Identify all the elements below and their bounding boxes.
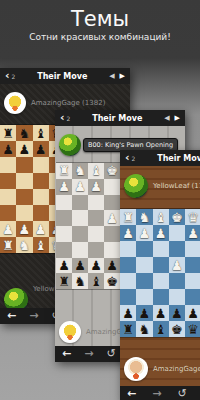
top-bar: ‹ 2 Their Move ◀ ▶ bbox=[0, 68, 130, 84]
top-bar: ‹ 2 Their Move ◀ ▶ bbox=[55, 110, 185, 126]
board-square[interactable] bbox=[88, 195, 104, 211]
board-square[interactable]: ♟ bbox=[185, 225, 200, 241]
board-square[interactable]: ♟ bbox=[136, 305, 152, 321]
white-pawn: ♟ bbox=[106, 212, 118, 225]
page-header: Темы Сотни красивых комбинаций! bbox=[0, 0, 200, 43]
board-square[interactable] bbox=[153, 289, 169, 305]
board-square[interactable] bbox=[185, 289, 200, 305]
board-square[interactable]: ♜ bbox=[120, 209, 136, 225]
board-square[interactable] bbox=[56, 210, 72, 226]
board-square[interactable] bbox=[16, 173, 32, 189]
board-square[interactable]: ♟ bbox=[169, 305, 185, 321]
white-bishop: ♝ bbox=[155, 211, 167, 224]
board-square[interactable] bbox=[72, 242, 88, 258]
black-knight: ♞ bbox=[139, 323, 151, 336]
forward-move-icon[interactable]: → bbox=[29, 308, 38, 324]
board-square[interactable]: ♟ bbox=[33, 141, 49, 157]
board-square[interactable]: ♜ bbox=[0, 125, 16, 141]
prev-game-icon[interactable]: ◀ bbox=[109, 69, 114, 83]
white-bishop: ♝ bbox=[35, 239, 47, 252]
black-king: ♚ bbox=[171, 323, 183, 336]
board-square[interactable]: ♟ bbox=[33, 221, 49, 237]
board-square[interactable]: ♟ bbox=[153, 305, 169, 321]
board-square[interactable]: ♟ bbox=[120, 225, 136, 241]
board-square[interactable]: ♝ bbox=[88, 273, 104, 289]
black-pawn: ♟ bbox=[106, 259, 118, 272]
board-square[interactable]: ♞ bbox=[16, 237, 32, 253]
player-name: AmazingGage (1382) bbox=[31, 99, 105, 107]
board-square[interactable] bbox=[169, 225, 185, 241]
white-pawn: ♟ bbox=[90, 180, 102, 193]
board-square[interactable]: ♟ bbox=[88, 179, 104, 195]
back-chevron-icon[interactable]: ‹ bbox=[125, 151, 130, 165]
board-square[interactable]: ♞ bbox=[16, 125, 32, 141]
board-square[interactable] bbox=[72, 210, 88, 226]
board-square[interactable] bbox=[72, 195, 88, 211]
black-pawn: ♟ bbox=[2, 143, 14, 156]
board-square[interactable]: ♟ bbox=[16, 221, 32, 237]
board-square[interactable]: ♚ bbox=[104, 163, 120, 179]
white-queen: ♛ bbox=[187, 211, 199, 224]
black-rook: ♜ bbox=[2, 127, 14, 140]
board-square[interactable] bbox=[0, 189, 16, 205]
black-king: ♚ bbox=[106, 275, 118, 288]
black-bishop: ♝ bbox=[35, 127, 47, 140]
white-pawn: ♟ bbox=[19, 223, 31, 236]
board-square[interactable]: ♟ bbox=[72, 258, 88, 274]
board-square[interactable] bbox=[104, 195, 120, 211]
white-king: ♚ bbox=[171, 211, 183, 224]
board-square[interactable]: ♝ bbox=[33, 125, 49, 141]
player-name: YellowLeaf (1114) bbox=[153, 182, 200, 190]
board-square[interactable]: ♛ bbox=[185, 209, 200, 225]
board-square[interactable] bbox=[120, 273, 136, 289]
black-pawn: ♟ bbox=[171, 307, 183, 320]
board-square[interactable]: ♞ bbox=[72, 163, 88, 179]
board-square[interactable]: ♟ bbox=[0, 141, 16, 157]
board-square[interactable] bbox=[88, 242, 104, 258]
board-square[interactable] bbox=[120, 289, 136, 305]
back-move-icon[interactable]: ← bbox=[62, 346, 71, 362]
bottom-navigation-bar: ← → ↺ ✕ bbox=[120, 386, 200, 400]
white-knight: ♞ bbox=[19, 239, 31, 252]
screenshot-blue-theme[interactable]: ‹ 2 Their Move ◀ ▶ YellowLeaf (1114) ♜♞♝… bbox=[120, 150, 200, 400]
move-status-title: Their Move bbox=[135, 154, 200, 163]
player-row: AmazingGage (1382) bbox=[120, 350, 200, 388]
board-square[interactable]: ♟ bbox=[104, 258, 120, 274]
black-knight: ♞ bbox=[19, 127, 31, 140]
board-square[interactable] bbox=[16, 205, 32, 221]
board-square[interactable]: ♟ bbox=[185, 305, 200, 321]
black-pawn: ♟ bbox=[35, 143, 47, 156]
black-rook: ♜ bbox=[122, 323, 134, 336]
black-bishop: ♝ bbox=[155, 323, 167, 336]
next-game-icon[interactable]: ▶ bbox=[175, 111, 180, 125]
board-square[interactable] bbox=[33, 205, 49, 221]
black-knight: ♞ bbox=[74, 275, 86, 288]
avatar bbox=[124, 357, 148, 381]
replay-icon[interactable]: ↺ bbox=[106, 346, 115, 362]
board-square[interactable] bbox=[153, 273, 169, 289]
black-pawn: ♟ bbox=[90, 259, 102, 272]
white-pawn: ♟ bbox=[155, 227, 167, 240]
board-square[interactable]: ♟ bbox=[72, 179, 88, 195]
white-pawn: ♟ bbox=[74, 180, 86, 193]
white-rook: ♜ bbox=[122, 211, 134, 224]
board-square[interactable]: ♞ bbox=[136, 321, 152, 337]
back-chevron-icon[interactable]: ‹ bbox=[60, 111, 65, 125]
board-square[interactable] bbox=[120, 257, 136, 273]
black-queen: ♛ bbox=[187, 323, 199, 336]
board-square[interactable] bbox=[56, 226, 72, 242]
back-chevron-icon[interactable]: ‹ bbox=[5, 69, 10, 83]
back-move-icon[interactable]: ← bbox=[7, 308, 16, 324]
board-square[interactable]: ♟ bbox=[153, 225, 169, 241]
avatar bbox=[124, 174, 148, 198]
white-knight: ♞ bbox=[139, 211, 151, 224]
board-square[interactable] bbox=[136, 241, 152, 257]
board-square[interactable]: ♚ bbox=[169, 209, 185, 225]
white-pawn: ♟ bbox=[122, 227, 134, 240]
forward-move-icon[interactable]: → bbox=[84, 346, 93, 362]
black-pawn: ♟ bbox=[187, 307, 199, 320]
black-pawn: ♟ bbox=[139, 307, 151, 320]
chess-board-blue[interactable]: ♜♞♝♚♛♝♞♜♟♟♟♟♟♟♟♟♟♟♟♟♟♟♟♟♜♞♝♚♛♝♞♜ bbox=[120, 208, 200, 338]
board-square[interactable]: ♝ bbox=[33, 237, 49, 253]
white-rook: ♜ bbox=[58, 164, 70, 177]
white-king: ♚ bbox=[106, 164, 118, 177]
board-square[interactable] bbox=[185, 241, 200, 257]
board-square[interactable] bbox=[104, 226, 120, 242]
board-square[interactable]: ♟ bbox=[16, 141, 32, 157]
black-pawn: ♟ bbox=[58, 259, 70, 272]
board-square[interactable] bbox=[185, 273, 200, 289]
board-square[interactable]: ♟ bbox=[56, 258, 72, 274]
page-title: Темы bbox=[0, 7, 200, 31]
page-subtitle: Сотни красивых комбинаций! bbox=[0, 32, 200, 43]
board-square[interactable]: ♟ bbox=[169, 257, 185, 273]
board-square[interactable] bbox=[56, 242, 72, 258]
themes-promo-page: Темы Сотни красивых комбинаций! ‹ 2 Thei… bbox=[0, 0, 200, 400]
board-square[interactable] bbox=[136, 289, 152, 305]
black-pawn: ♟ bbox=[19, 143, 31, 156]
board-square[interactable] bbox=[104, 179, 120, 195]
board-square[interactable] bbox=[169, 241, 185, 257]
black-rook: ♜ bbox=[58, 275, 70, 288]
board-square[interactable] bbox=[153, 241, 169, 257]
board-square[interactable] bbox=[72, 226, 88, 242]
board-square[interactable] bbox=[33, 157, 49, 173]
board-square[interactable] bbox=[0, 205, 16, 221]
board-square[interactable] bbox=[16, 189, 32, 205]
white-pawn: ♟ bbox=[171, 259, 183, 272]
board-square[interactable] bbox=[88, 226, 104, 242]
white-pawn: ♟ bbox=[139, 227, 151, 240]
board-square[interactable]: ♟ bbox=[56, 179, 72, 195]
player-name: AmazingGage (1382) bbox=[153, 365, 200, 373]
board-square[interactable] bbox=[185, 257, 200, 273]
board-square[interactable] bbox=[169, 273, 185, 289]
board-square[interactable] bbox=[136, 257, 152, 273]
black-pawn: ♟ bbox=[155, 307, 167, 320]
board-square[interactable]: ♞ bbox=[72, 273, 88, 289]
board-square[interactable] bbox=[33, 189, 49, 205]
black-pawn: ♟ bbox=[74, 259, 86, 272]
white-knight: ♞ bbox=[74, 164, 86, 177]
board-square[interactable]: ♜ bbox=[0, 237, 16, 253]
back-move-icon[interactable]: ← bbox=[127, 386, 136, 400]
white-pawn: ♟ bbox=[35, 223, 47, 236]
board-square[interactable]: ♚ bbox=[104, 273, 120, 289]
board-square[interactable]: ♟ bbox=[104, 210, 120, 226]
board-square[interactable]: ♜ bbox=[120, 321, 136, 337]
board-square[interactable]: ♝ bbox=[153, 209, 169, 225]
board-square[interactable]: ♟ bbox=[136, 225, 152, 241]
top-bar: ‹ 2 Their Move ◀ ▶ bbox=[120, 150, 200, 166]
board-square[interactable]: ♝ bbox=[88, 163, 104, 179]
board-square[interactable] bbox=[56, 195, 72, 211]
forward-move-icon[interactable]: → bbox=[152, 386, 161, 400]
board-square[interactable] bbox=[169, 289, 185, 305]
board-square[interactable] bbox=[136, 273, 152, 289]
board-square[interactable] bbox=[88, 210, 104, 226]
board-square[interactable] bbox=[33, 173, 49, 189]
move-status-title: Their Move bbox=[15, 72, 109, 81]
avatar bbox=[59, 321, 81, 343]
avatar bbox=[4, 92, 26, 114]
board-square[interactable]: ♜ bbox=[56, 273, 72, 289]
board-square[interactable] bbox=[0, 173, 16, 189]
board-square[interactable]: ♟ bbox=[120, 305, 136, 321]
avatar bbox=[59, 134, 81, 156]
white-bishop: ♝ bbox=[90, 164, 102, 177]
next-game-icon[interactable]: ▶ bbox=[120, 69, 125, 83]
replay-icon[interactable]: ↺ bbox=[177, 386, 186, 400]
opponent-row: YellowLeaf (1114) bbox=[120, 167, 200, 205]
board-square[interactable] bbox=[153, 257, 169, 273]
white-pawn: ♟ bbox=[58, 180, 70, 193]
board-square[interactable] bbox=[0, 157, 16, 173]
move-status-title: Their Move bbox=[70, 114, 164, 123]
board-square[interactable]: ♛ bbox=[185, 321, 200, 337]
board-square[interactable]: ♟ bbox=[88, 258, 104, 274]
board-square[interactable] bbox=[104, 242, 120, 258]
board-square[interactable]: ♝ bbox=[153, 321, 169, 337]
board-square[interactable]: ♚ bbox=[169, 321, 185, 337]
board-square[interactable] bbox=[16, 157, 32, 173]
board-square[interactable]: ♜ bbox=[56, 163, 72, 179]
prev-game-icon[interactable]: ◀ bbox=[164, 111, 169, 125]
black-pawn: ♟ bbox=[122, 307, 134, 320]
board-square[interactable]: ♟ bbox=[0, 221, 16, 237]
board-square[interactable]: ♞ bbox=[136, 209, 152, 225]
black-bishop: ♝ bbox=[90, 275, 102, 288]
board-square[interactable] bbox=[120, 241, 136, 257]
white-pawn: ♟ bbox=[187, 227, 199, 240]
white-rook: ♜ bbox=[2, 239, 14, 252]
white-pawn: ♟ bbox=[2, 223, 14, 236]
